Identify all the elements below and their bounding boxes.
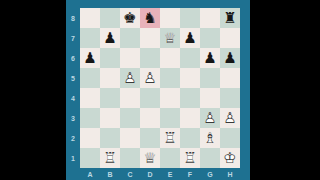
square-e7[interactable]: ♛♕ — [160, 28, 180, 48]
square-h8[interactable]: ♜ — [220, 8, 240, 28]
white-piece-g3[interactable]: ♙ — [200, 108, 220, 128]
white-piece-b1[interactable]: ♖ — [100, 148, 120, 168]
square-h5[interactable] — [220, 68, 240, 88]
square-d5[interactable]: ♟♙ — [140, 68, 160, 88]
rank-label-5: 5 — [66, 68, 80, 88]
square-b6[interactable] — [100, 48, 120, 68]
square-d8[interactable]: ♞ — [140, 8, 160, 28]
square-c3[interactable] — [120, 108, 140, 128]
square-f8[interactable] — [180, 8, 200, 28]
square-b8[interactable] — [100, 8, 120, 28]
square-g7[interactable] — [200, 28, 220, 48]
square-a8[interactable] — [80, 8, 100, 28]
square-d3[interactable] — [140, 108, 160, 128]
chess-board-panel: 87654321 ♚♞♜♟♛♕♟♟♟♟♟♙♟♙♟♙♟♙♜♖♝♗♜♖♛♕♜♖♚♔ … — [66, 0, 250, 180]
white-piece-d1[interactable]: ♕ — [140, 148, 160, 168]
file-label-G: G — [200, 168, 220, 180]
square-c8[interactable]: ♚ — [120, 8, 140, 28]
square-g4[interactable] — [200, 88, 220, 108]
white-piece-e2[interactable]: ♖ — [160, 128, 180, 148]
white-piece-h3[interactable]: ♙ — [220, 108, 240, 128]
file-label-A: A — [80, 168, 100, 180]
white-piece-d5[interactable]: ♙ — [140, 68, 160, 88]
white-piece-c5[interactable]: ♙ — [120, 68, 140, 88]
square-e5[interactable] — [160, 68, 180, 88]
black-piece-h6[interactable]: ♟ — [220, 48, 240, 68]
square-f1[interactable]: ♜♖ — [180, 148, 200, 168]
black-piece-g6[interactable]: ♟ — [200, 48, 220, 68]
square-g5[interactable] — [200, 68, 220, 88]
file-labels: ABCDEFGH — [80, 168, 240, 180]
square-a1[interactable] — [80, 148, 100, 168]
square-f4[interactable] — [180, 88, 200, 108]
rank-labels: 87654321 — [66, 8, 80, 168]
square-h7[interactable] — [220, 28, 240, 48]
square-d1[interactable]: ♛♕ — [140, 148, 160, 168]
white-piece-f1[interactable]: ♖ — [180, 148, 200, 168]
square-f3[interactable] — [180, 108, 200, 128]
file-label-D: D — [140, 168, 160, 180]
square-h3[interactable]: ♟♙ — [220, 108, 240, 128]
square-h4[interactable] — [220, 88, 240, 108]
square-c7[interactable] — [120, 28, 140, 48]
black-piece-h8[interactable]: ♜ — [220, 8, 240, 28]
square-b3[interactable] — [100, 108, 120, 128]
square-d7[interactable] — [140, 28, 160, 48]
chess-board: ♚♞♜♟♛♕♟♟♟♟♟♙♟♙♟♙♟♙♜♖♝♗♜♖♛♕♜♖♚♔ — [80, 8, 240, 168]
square-f5[interactable] — [180, 68, 200, 88]
square-a7[interactable] — [80, 28, 100, 48]
square-e3[interactable] — [160, 108, 180, 128]
white-piece-e7[interactable]: ♕ — [160, 28, 180, 48]
square-c5[interactable]: ♟♙ — [120, 68, 140, 88]
square-b4[interactable] — [100, 88, 120, 108]
square-e6[interactable] — [160, 48, 180, 68]
black-piece-f7[interactable]: ♟ — [180, 28, 200, 48]
rank-label-6: 6 — [66, 48, 80, 68]
square-c1[interactable] — [120, 148, 140, 168]
video-frame: { "game": "chess", "scene": "chess-diagr… — [0, 0, 320, 180]
square-e8[interactable] — [160, 8, 180, 28]
square-h1[interactable]: ♚♔ — [220, 148, 240, 168]
file-label-C: C — [120, 168, 140, 180]
square-g1[interactable] — [200, 148, 220, 168]
file-label-F: F — [180, 168, 200, 180]
file-label-H: H — [220, 168, 240, 180]
square-a4[interactable] — [80, 88, 100, 108]
white-piece-g2[interactable]: ♗ — [200, 128, 220, 148]
black-piece-a6[interactable]: ♟ — [80, 48, 100, 68]
rank-label-8: 8 — [66, 8, 80, 28]
rank-label-2: 2 — [66, 128, 80, 148]
white-piece-h1[interactable]: ♔ — [220, 148, 240, 168]
rank-label-3: 3 — [66, 108, 80, 128]
square-f7[interactable]: ♟ — [180, 28, 200, 48]
square-e2[interactable]: ♜♖ — [160, 128, 180, 148]
square-g8[interactable] — [200, 8, 220, 28]
square-g6[interactable]: ♟ — [200, 48, 220, 68]
square-a3[interactable] — [80, 108, 100, 128]
square-e1[interactable] — [160, 148, 180, 168]
square-d4[interactable] — [140, 88, 160, 108]
square-c4[interactable] — [120, 88, 140, 108]
square-b1[interactable]: ♜♖ — [100, 148, 120, 168]
square-c2[interactable] — [120, 128, 140, 148]
square-d6[interactable] — [140, 48, 160, 68]
square-g2[interactable]: ♝♗ — [200, 128, 220, 148]
square-c6[interactable] — [120, 48, 140, 68]
file-label-E: E — [160, 168, 180, 180]
square-b5[interactable] — [100, 68, 120, 88]
square-f2[interactable] — [180, 128, 200, 148]
black-piece-d8[interactable]: ♞ — [140, 8, 160, 28]
square-a6[interactable]: ♟ — [80, 48, 100, 68]
black-piece-c8[interactable]: ♚ — [120, 8, 140, 28]
square-h2[interactable] — [220, 128, 240, 148]
rank-label-4: 4 — [66, 88, 80, 108]
square-e4[interactable] — [160, 88, 180, 108]
file-label-B: B — [100, 168, 120, 180]
rank-label-7: 7 — [66, 28, 80, 48]
square-f6[interactable] — [180, 48, 200, 68]
square-a5[interactable] — [80, 68, 100, 88]
square-h6[interactable]: ♟ — [220, 48, 240, 68]
square-g3[interactable]: ♟♙ — [200, 108, 220, 128]
rank-label-1: 1 — [66, 148, 80, 168]
square-a2[interactable] — [80, 128, 100, 148]
black-piece-b7[interactable]: ♟ — [100, 28, 120, 48]
square-d2[interactable] — [140, 128, 160, 148]
square-b7[interactable]: ♟ — [100, 28, 120, 48]
square-b2[interactable] — [100, 128, 120, 148]
